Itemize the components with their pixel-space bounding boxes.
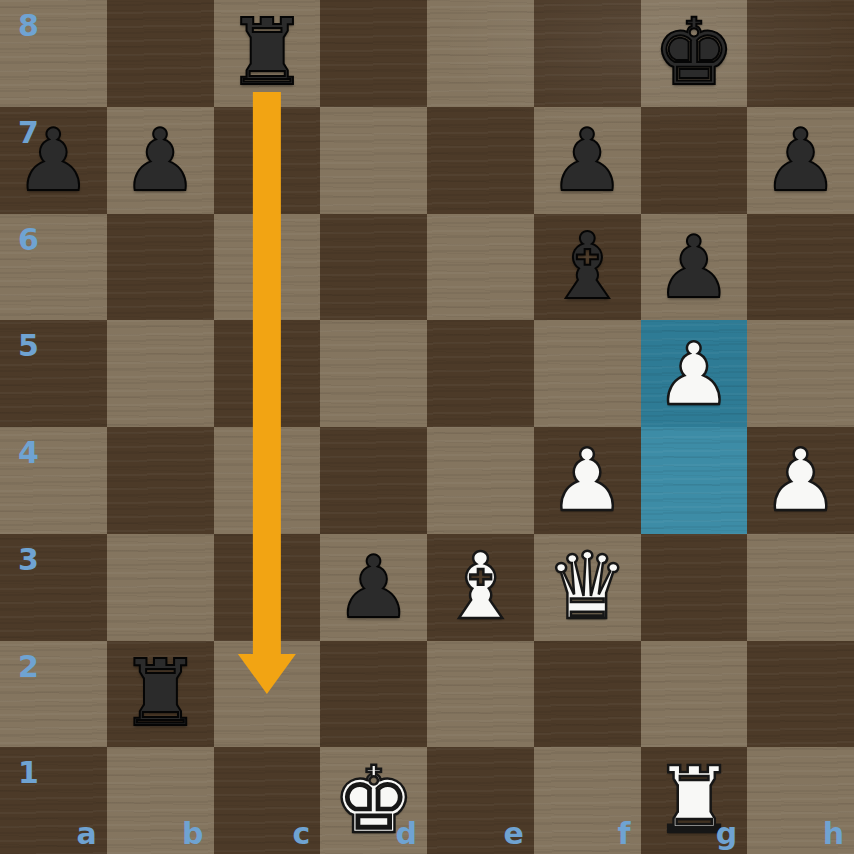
square-d5[interactable]: [320, 320, 427, 427]
piece-black-pawn-a7[interactable]: ♟: [0, 107, 107, 214]
square-a1[interactable]: [0, 747, 107, 854]
square-c7[interactable]: [214, 107, 321, 214]
square-f8[interactable]: [534, 0, 641, 107]
piece-black-pawn-h7[interactable]: ♟: [747, 107, 854, 214]
square-e6[interactable]: [427, 214, 534, 321]
square-h1[interactable]: [747, 747, 854, 854]
square-d8[interactable]: [320, 0, 427, 107]
square-f1[interactable]: [534, 747, 641, 854]
square-b4[interactable]: [107, 427, 214, 534]
square-e5[interactable]: [427, 320, 534, 427]
square-a5[interactable]: [0, 320, 107, 427]
piece-white-pawn-g5[interactable]: ♟: [641, 320, 748, 427]
square-g7[interactable]: [641, 107, 748, 214]
square-d4[interactable]: [320, 427, 427, 534]
piece-black-pawn-b7[interactable]: ♟: [107, 107, 214, 214]
square-b3[interactable]: [107, 534, 214, 641]
square-g4[interactable]: [641, 427, 748, 534]
square-b8[interactable]: [107, 0, 214, 107]
piece-black-bishop-f6[interactable]: ♝: [534, 214, 641, 321]
piece-white-rook-g1[interactable]: ♜: [641, 747, 748, 854]
square-b5[interactable]: [107, 320, 214, 427]
square-e1[interactable]: [427, 747, 534, 854]
square-a8[interactable]: [0, 0, 107, 107]
square-c5[interactable]: [214, 320, 321, 427]
piece-black-pawn-g6[interactable]: ♟: [641, 214, 748, 321]
square-a4[interactable]: [0, 427, 107, 534]
square-c2[interactable]: [214, 641, 321, 748]
square-a3[interactable]: [0, 534, 107, 641]
square-c3[interactable]: [214, 534, 321, 641]
piece-black-king-g8[interactable]: ♚: [641, 0, 748, 107]
square-e4[interactable]: [427, 427, 534, 534]
square-b1[interactable]: [107, 747, 214, 854]
piece-white-king-d1[interactable]: ♚: [320, 747, 427, 854]
square-f5[interactable]: [534, 320, 641, 427]
piece-black-pawn-f7[interactable]: ♟: [534, 107, 641, 214]
piece-white-bishop-e3[interactable]: ♝: [427, 534, 534, 641]
piece-white-pawn-h4[interactable]: ♟: [747, 427, 854, 534]
square-f2[interactable]: [534, 641, 641, 748]
piece-black-rook-c8[interactable]: ♜: [214, 0, 321, 107]
square-a6[interactable]: [0, 214, 107, 321]
square-g2[interactable]: [641, 641, 748, 748]
square-b6[interactable]: [107, 214, 214, 321]
square-e7[interactable]: [427, 107, 534, 214]
square-d2[interactable]: [320, 641, 427, 748]
chess-app: ♜♚♟♟♟♟♝♟♟♟♟♟♝♛♜♚♜ 87654321abcdefgh: [0, 0, 854, 854]
square-g3[interactable]: [641, 534, 748, 641]
square-h5[interactable]: [747, 320, 854, 427]
square-h2[interactable]: [747, 641, 854, 748]
square-h3[interactable]: [747, 534, 854, 641]
square-c6[interactable]: [214, 214, 321, 321]
square-c4[interactable]: [214, 427, 321, 534]
square-e8[interactable]: [427, 0, 534, 107]
piece-white-queen-f3[interactable]: ♛: [534, 534, 641, 641]
square-e2[interactable]: [427, 641, 534, 748]
piece-black-pawn-d3[interactable]: ♟: [320, 534, 427, 641]
square-h8[interactable]: [747, 0, 854, 107]
square-h6[interactable]: [747, 214, 854, 321]
square-c1[interactable]: [214, 747, 321, 854]
square-d7[interactable]: [320, 107, 427, 214]
piece-white-pawn-f4[interactable]: ♟: [534, 427, 641, 534]
square-a2[interactable]: [0, 641, 107, 748]
square-d6[interactable]: [320, 214, 427, 321]
piece-black-rook-b2[interactable]: ♜: [107, 641, 214, 748]
